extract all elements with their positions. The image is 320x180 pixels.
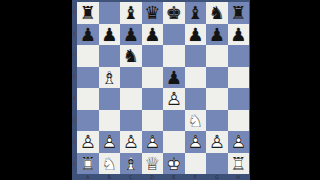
black-pawn[interactable]: ♟	[185, 24, 207, 46]
white-pawn-outline-icon: ♙	[206, 131, 228, 153]
white-rook[interactable]: ♜♖	[77, 153, 99, 175]
file-labels: ABCDEFGH	[77, 174, 249, 180]
square-g5[interactable]	[206, 67, 228, 89]
black-knight-icon: ♞	[120, 45, 142, 67]
square-b6[interactable]	[99, 45, 121, 67]
white-knight-outline-icon: ♘	[185, 110, 207, 132]
black-pawn-icon: ♟	[142, 24, 164, 46]
square-c3[interactable]	[120, 110, 142, 132]
white-bishop[interactable]: ♝♗	[99, 67, 121, 89]
square-h6[interactable]	[228, 45, 250, 67]
black-rook[interactable]: ♜	[77, 2, 99, 24]
white-bishop[interactable]: ♝♗	[120, 153, 142, 175]
white-pawn[interactable]: ♟♙	[99, 131, 121, 153]
square-d5[interactable]	[142, 67, 164, 89]
white-rook[interactable]: ♜♖	[228, 153, 250, 175]
letterbox-left	[0, 0, 72, 180]
square-c1[interactable]: ♝♗	[120, 153, 142, 175]
white-knight-outline-icon: ♘	[99, 153, 121, 175]
square-e7[interactable]	[163, 24, 185, 46]
square-a2[interactable]: ♟♙	[77, 131, 99, 153]
square-f7[interactable]: ♟	[185, 24, 207, 46]
square-b8[interactable]	[99, 2, 121, 24]
black-rook-icon: ♜	[228, 2, 250, 24]
square-h3[interactable]	[228, 110, 250, 132]
file-label-d: D	[142, 174, 164, 180]
square-c8[interactable]: ♝	[120, 2, 142, 24]
square-f8[interactable]: ♝	[185, 2, 207, 24]
file-label-e: E	[163, 174, 185, 180]
white-king-outline-icon: ♔	[163, 153, 185, 175]
square-h4[interactable]	[228, 88, 250, 110]
chess-board: 87654321 ♜♝♛♚♝♞♜♟♟♟♟♟♟♟♞♝♗♟♟♙♞♘♟♙♟♙♟♙♟♙♟…	[72, 0, 250, 180]
white-pawn[interactable]: ♟♙	[163, 88, 185, 110]
square-d8[interactable]: ♛	[142, 2, 164, 24]
black-pawn[interactable]: ♟	[163, 67, 185, 89]
square-e5[interactable]: ♟	[163, 67, 185, 89]
black-rook-icon: ♜	[77, 2, 99, 24]
white-pawn[interactable]: ♟♙	[185, 131, 207, 153]
black-king[interactable]: ♚	[163, 2, 185, 24]
white-knight[interactable]: ♞♘	[99, 153, 121, 175]
white-pawn-outline-icon: ♙	[185, 131, 207, 153]
square-h5[interactable]	[228, 67, 250, 89]
square-e2[interactable]	[163, 131, 185, 153]
square-g3[interactable]	[206, 110, 228, 132]
square-d4[interactable]	[142, 88, 164, 110]
square-b1[interactable]: ♞♘	[99, 153, 121, 175]
black-pawn-icon: ♟	[185, 24, 207, 46]
black-pawn-icon: ♟	[120, 24, 142, 46]
white-bishop-outline-icon: ♗	[120, 153, 142, 175]
square-a7[interactable]: ♟	[77, 24, 99, 46]
square-b2[interactable]: ♟♙	[99, 131, 121, 153]
white-pawn-outline-icon: ♙	[77, 131, 99, 153]
square-g2[interactable]: ♟♙	[206, 131, 228, 153]
square-c7[interactable]: ♟	[120, 24, 142, 46]
square-h8[interactable]: ♜	[228, 2, 250, 24]
square-f2[interactable]: ♟♙	[185, 131, 207, 153]
file-label-f: F	[185, 174, 207, 180]
white-queen-outline-icon: ♕	[142, 153, 164, 175]
square-a3[interactable]	[77, 110, 99, 132]
black-bishop[interactable]: ♝	[120, 2, 142, 24]
square-b4[interactable]	[99, 88, 121, 110]
white-pawn-outline-icon: ♙	[163, 88, 185, 110]
white-knight[interactable]: ♞♘	[185, 110, 207, 132]
white-pawn[interactable]: ♟♙	[120, 131, 142, 153]
square-c2[interactable]: ♟♙	[120, 131, 142, 153]
black-pawn-icon: ♟	[163, 67, 185, 89]
square-d2[interactable]: ♟♙	[142, 131, 164, 153]
white-pawn[interactable]: ♟♙	[206, 131, 228, 153]
square-d1[interactable]: ♛♕	[142, 153, 164, 175]
white-pawn-outline-icon: ♙	[99, 131, 121, 153]
video-frame: 87654321 ♜♝♛♚♝♞♜♟♟♟♟♟♟♟♞♝♗♟♟♙♞♘♟♙♟♙♟♙♟♙♟…	[0, 0, 320, 180]
black-knight-icon: ♞	[206, 2, 228, 24]
square-c4[interactable]	[120, 88, 142, 110]
file-label-a: A	[77, 174, 99, 180]
square-a5[interactable]	[77, 67, 99, 89]
square-d7[interactable]: ♟	[142, 24, 164, 46]
file-label-b: B	[99, 174, 121, 180]
square-h1[interactable]: ♜♖	[228, 153, 250, 175]
black-rook[interactable]: ♜	[228, 2, 250, 24]
white-rook-outline-icon: ♖	[228, 153, 250, 175]
black-pawn-icon: ♟	[77, 24, 99, 46]
square-d3[interactable]	[142, 110, 164, 132]
black-bishop-icon: ♝	[185, 2, 207, 24]
square-f3[interactable]: ♞♘	[185, 110, 207, 132]
square-d6[interactable]	[142, 45, 164, 67]
square-f1[interactable]	[185, 153, 207, 175]
square-b7[interactable]: ♟	[99, 24, 121, 46]
file-label-g: G	[206, 174, 228, 180]
square-b5[interactable]: ♝♗	[99, 67, 121, 89]
black-knight[interactable]: ♞	[206, 2, 228, 24]
square-a4[interactable]	[77, 88, 99, 110]
square-e8[interactable]: ♚	[163, 2, 185, 24]
white-pawn[interactable]: ♟♙	[77, 131, 99, 153]
file-label-c: C	[120, 174, 142, 180]
square-g4[interactable]	[206, 88, 228, 110]
letterbox-right	[250, 0, 320, 180]
black-pawn[interactable]: ♟	[228, 24, 250, 46]
black-knight[interactable]: ♞	[120, 45, 142, 67]
square-b3[interactable]	[99, 110, 121, 132]
white-pawn-outline-icon: ♙	[120, 131, 142, 153]
square-g8[interactable]: ♞	[206, 2, 228, 24]
white-queen[interactable]: ♛♕	[142, 153, 164, 175]
square-g7[interactable]: ♟	[206, 24, 228, 46]
black-bishop[interactable]: ♝	[185, 2, 207, 24]
square-h7[interactable]: ♟	[228, 24, 250, 46]
square-f5[interactable]	[185, 67, 207, 89]
black-queen[interactable]: ♛	[142, 2, 164, 24]
black-pawn[interactable]: ♟	[120, 24, 142, 46]
square-h2[interactable]: ♟♙	[228, 131, 250, 153]
square-g6[interactable]	[206, 45, 228, 67]
square-e1[interactable]: ♚♔	[163, 153, 185, 175]
black-bishop-icon: ♝	[120, 2, 142, 24]
square-a8[interactable]: ♜	[77, 2, 99, 24]
black-pawn-icon: ♟	[206, 24, 228, 46]
black-queen-icon: ♛	[142, 2, 164, 24]
white-pawn[interactable]: ♟♙	[142, 131, 164, 153]
square-c6[interactable]: ♞	[120, 45, 142, 67]
white-pawn[interactable]: ♟♙	[228, 131, 250, 153]
square-a1[interactable]: ♜♖	[77, 153, 99, 175]
square-g1[interactable]	[206, 153, 228, 175]
white-pawn-outline-icon: ♙	[228, 131, 250, 153]
black-pawn[interactable]: ♟	[142, 24, 164, 46]
square-a6[interactable]	[77, 45, 99, 67]
black-pawn-icon: ♟	[99, 24, 121, 46]
black-pawn-icon: ♟	[228, 24, 250, 46]
white-bishop-outline-icon: ♗	[99, 67, 121, 89]
black-pawn[interactable]: ♟	[77, 24, 99, 46]
black-king-icon: ♚	[163, 2, 185, 24]
black-pawn[interactable]: ♟	[206, 24, 228, 46]
white-king[interactable]: ♚♔	[163, 153, 185, 175]
square-e3[interactable]	[163, 110, 185, 132]
white-pawn-outline-icon: ♙	[142, 131, 164, 153]
board-squares: ♜♝♛♚♝♞♜♟♟♟♟♟♟♟♞♝♗♟♟♙♞♘♟♙♟♙♟♙♟♙♟♙♟♙♟♙♜♖♞♘…	[77, 2, 249, 174]
file-label-h: H	[228, 174, 250, 180]
white-rook-outline-icon: ♖	[77, 153, 99, 175]
square-f4[interactable]	[185, 88, 207, 110]
square-f6[interactable]	[185, 45, 207, 67]
square-e6[interactable]	[163, 45, 185, 67]
square-c5[interactable]	[120, 67, 142, 89]
black-pawn[interactable]: ♟	[99, 24, 121, 46]
square-e4[interactable]: ♟♙	[163, 88, 185, 110]
